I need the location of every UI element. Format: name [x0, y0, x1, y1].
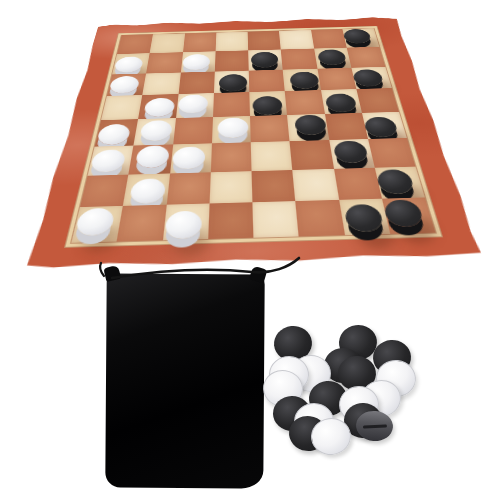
white-checker-piece [74, 208, 115, 236]
square-r5c3 [173, 117, 213, 144]
product-photo [0, 0, 500, 500]
square-r8c6 [296, 200, 345, 236]
square-r7c8 [374, 166, 424, 199]
board [71, 28, 435, 243]
white-checker-piece [139, 120, 172, 141]
square-r7c1 [80, 174, 129, 207]
square-r6c1 [88, 145, 134, 175]
square-r6c8 [368, 138, 416, 168]
square-r7c4 [209, 171, 252, 204]
square-r7c7 [333, 167, 381, 200]
black-checker-piece [289, 71, 319, 89]
square-r5c2 [134, 118, 176, 145]
mat-inner-border [64, 26, 443, 248]
white-checker-piece [165, 210, 203, 239]
black-checker-piece [333, 141, 369, 164]
square-r1c6 [279, 30, 314, 49]
square-r7c2 [123, 173, 170, 206]
black-checker-piece [343, 29, 373, 44]
square-r3c4 [214, 70, 250, 93]
black-checker-piece [376, 169, 416, 194]
square-r2c4 [215, 50, 249, 71]
black-checker-piece [383, 199, 426, 227]
black-checker-piece [363, 117, 399, 138]
square-r2c6 [281, 48, 317, 69]
square-r5c6 [287, 114, 329, 141]
square-r3c6 [283, 68, 321, 91]
white-checker-piece [172, 146, 206, 169]
square-r1c8 [342, 28, 379, 47]
square-r5c4 [212, 116, 251, 143]
black-checker-piece [352, 69, 384, 87]
square-r8c8 [382, 198, 436, 234]
square-r7c6 [292, 168, 338, 201]
square-r4c4 [213, 92, 250, 117]
square-r4c5 [249, 91, 287, 116]
square-r3c7 [317, 67, 356, 90]
square-r8c5 [252, 201, 298, 237]
white-checker-piece [218, 118, 249, 139]
white-checker-piece [178, 94, 209, 113]
square-r5c8 [362, 112, 407, 139]
square-r8c1 [71, 206, 123, 243]
black-checker-piece [294, 115, 327, 136]
square-r2c8 [346, 47, 385, 68]
square-r1c4 [215, 32, 248, 51]
square-r4c8 [356, 88, 399, 113]
white-checker-piece [182, 54, 210, 70]
black-checker-piece [251, 52, 279, 68]
square-r6c3 [170, 143, 212, 173]
square-r5c5 [250, 115, 290, 142]
square-r5c1 [95, 119, 139, 146]
square-r6c5 [251, 141, 293, 171]
square-r1c1 [117, 34, 153, 54]
white-checker-piece [113, 56, 143, 72]
square-r6c2 [129, 144, 173, 174]
drawstring-bag [105, 273, 264, 488]
black-checker-piece [252, 96, 283, 115]
white-checker-piece [89, 149, 126, 172]
square-r8c3 [162, 204, 209, 241]
square-r5c7 [324, 113, 367, 140]
square-r6c6 [290, 140, 334, 170]
square-r4c6 [285, 90, 325, 115]
square-r3c5 [249, 69, 285, 92]
square-r4c2 [138, 94, 178, 119]
square-r4c7 [321, 89, 362, 114]
square-r7c5 [252, 170, 296, 203]
black-checker-piece [317, 49, 347, 65]
square-r2c7 [314, 48, 351, 69]
square-r4c3 [176, 93, 214, 118]
square-r1c2 [150, 33, 185, 53]
square-r3c3 [178, 71, 214, 94]
square-r6c4 [211, 142, 252, 172]
square-r7c3 [166, 172, 210, 205]
square-r3c1 [107, 73, 146, 96]
white-checker-piece [96, 124, 131, 145]
square-r3c8 [351, 67, 392, 90]
black-checker-piece [344, 204, 385, 232]
square-r3c2 [142, 72, 180, 95]
square-r2c1 [112, 53, 150, 74]
square-r2c3 [180, 51, 215, 72]
white-checker-piece [108, 76, 140, 94]
black-checker-piece [325, 93, 358, 112]
square-r8c2 [117, 205, 166, 242]
square-r2c5 [248, 49, 283, 70]
square-r1c5 [248, 31, 281, 50]
square-r6c7 [329, 139, 375, 169]
white-checker-piece [143, 97, 175, 116]
square-r1c7 [311, 29, 347, 48]
white-checker-piece [135, 145, 170, 168]
square-r8c4 [208, 202, 254, 239]
black-checker-piece [219, 74, 248, 92]
square-r4c1 [101, 95, 142, 120]
checkers-mat [26, 16, 482, 269]
white-checker-piece [129, 178, 166, 204]
square-r1c3 [183, 33, 217, 52]
square-r2c2 [146, 52, 182, 73]
